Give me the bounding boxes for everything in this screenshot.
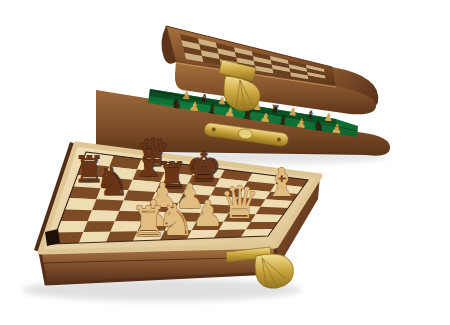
square-a2: [56, 221, 87, 233]
piece-dark-knight-b5: ♞: [95, 159, 130, 204]
stored-piece: ♟: [330, 120, 343, 136]
stored-piece: ♝: [277, 112, 290, 128]
stored-piece: ♟: [188, 98, 201, 114]
square-b2: [83, 221, 115, 232]
square-b3: [88, 210, 120, 221]
square-a3: [61, 210, 93, 222]
stored-piece: ♞: [312, 118, 325, 134]
square-a4: [65, 198, 97, 210]
square-h4: [256, 207, 288, 215]
piece-light-bishop-h6: ♝: [264, 160, 299, 205]
hinge-recess: [45, 229, 60, 246]
piece-light-knight-e1: ♞: [156, 195, 195, 245]
product-photo: ♟♝♟♞♟♜♟♝♟♞♟♝♟♜♟♝♟♞♟♛♝♚♜♜♝♞♟♟♛♟♟♜♞: [0, 0, 450, 325]
stored-piece: ♞: [170, 95, 183, 111]
piece-light-queen-g3: ♛: [220, 176, 260, 229]
chess-set-scene: ♟♝♟♞♟♜♟♝♟♞♟♝♟♜♟♝♟♞♟♛♝♚♜♜♝♞♟♟♛♟♟♜♞: [0, 0, 450, 325]
clasp-fan: [255, 254, 293, 288]
square-b1: [79, 232, 110, 243]
piece-light-pawn-f2: ♟: [192, 193, 224, 234]
stored-piece: ♟: [294, 115, 307, 131]
